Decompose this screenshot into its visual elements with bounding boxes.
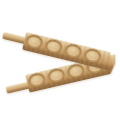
pit-recess (69, 65, 83, 76)
top-paddle-pit-4 (84, 47, 103, 63)
pit-recess (47, 40, 61, 52)
photo-canvas (0, 0, 120, 120)
bottom-paddle-pit-3 (66, 62, 85, 78)
top-paddle-pit-2 (45, 38, 64, 54)
pit-recess (66, 45, 80, 57)
top-paddle (1, 27, 116, 71)
top-paddle-pit-1 (25, 33, 44, 49)
pit-recess (49, 69, 63, 80)
top-paddle-pit-3 (64, 42, 83, 58)
pit-recess (86, 50, 100, 62)
pit-recess (28, 36, 42, 48)
pit-recess (30, 74, 44, 85)
